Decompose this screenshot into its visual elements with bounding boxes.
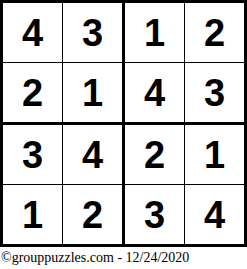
cell-r1c2[interactable]: 3: [63, 3, 125, 63]
copyright-credit: ©grouppuzzles.com - 12/24/2020: [1, 248, 246, 268]
cell-r1c1[interactable]: 4: [3, 3, 63, 63]
cell-r2c3[interactable]: 4: [125, 63, 185, 125]
cell-r1c4[interactable]: 2: [185, 3, 244, 63]
cell-r4c3[interactable]: 3: [125, 185, 185, 244]
cell-r3c2[interactable]: 4: [63, 125, 125, 185]
sudoku-page: 4 3 1 2 2 1 4 3 3 4 2 1 1 2 3 4 ©grouppu…: [0, 0, 247, 269]
sudoku-board: 4 3 1 2 2 1 4 3 3 4 2 1 1 2 3 4: [0, 0, 247, 247]
cell-r3c1[interactable]: 3: [3, 125, 63, 185]
cell-r4c1[interactable]: 1: [3, 185, 63, 244]
cell-r3c3[interactable]: 2: [125, 125, 185, 185]
cell-r4c4[interactable]: 4: [185, 185, 244, 244]
cell-r3c4[interactable]: 1: [185, 125, 244, 185]
cell-r1c3[interactable]: 1: [125, 3, 185, 63]
cell-r4c2[interactable]: 2: [63, 185, 125, 244]
cell-r2c4[interactable]: 3: [185, 63, 244, 125]
cell-r2c2[interactable]: 1: [63, 63, 125, 125]
cell-r2c1[interactable]: 2: [3, 63, 63, 125]
